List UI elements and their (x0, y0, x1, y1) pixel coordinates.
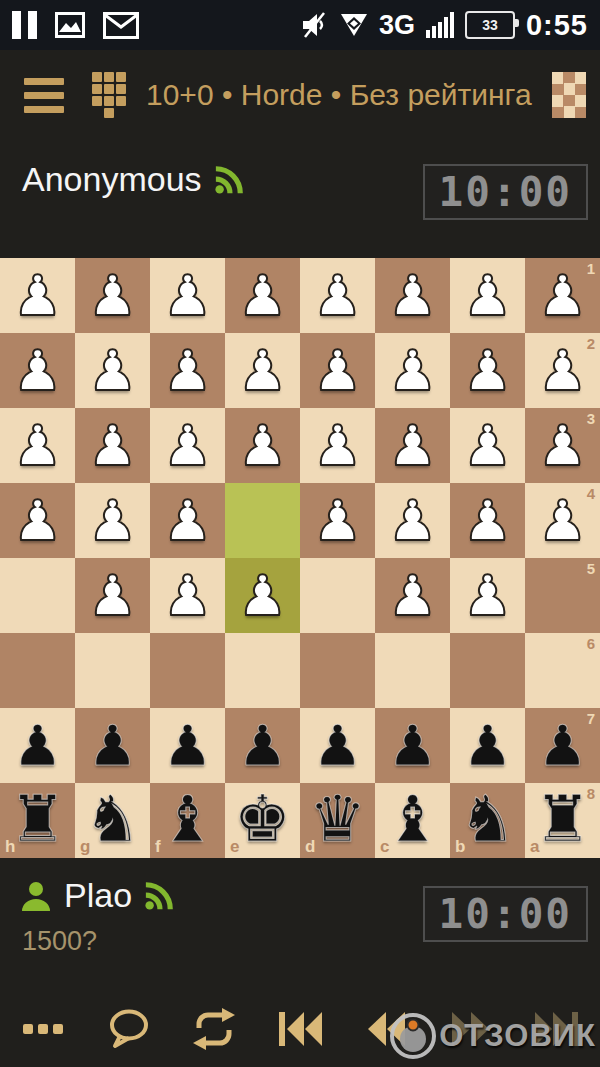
square-f8[interactable]: ♝f (150, 783, 225, 858)
skip-to-end-icon (533, 1010, 581, 1048)
black-bishop: ♝ (384, 787, 441, 851)
square-g6[interactable] (75, 633, 150, 708)
data-diamond-icon (340, 12, 368, 38)
network-type: 3G (379, 10, 415, 41)
white-pawn: ♟ (387, 343, 437, 399)
square-c2[interactable]: ♟ (375, 333, 450, 408)
white-pawn: ♟ (537, 418, 587, 474)
black-pawn: ♟ (537, 718, 587, 774)
pause-icon (12, 11, 37, 39)
black-king: ♚ (234, 787, 291, 851)
square-e8[interactable]: ♚e (225, 783, 300, 858)
white-pawn: ♟ (312, 343, 362, 399)
white-pawn: ♟ (87, 493, 137, 549)
square-h5[interactable] (0, 558, 75, 633)
square-c5[interactable]: ♟ (375, 558, 450, 633)
square-b8[interactable]: ♞b (450, 783, 525, 858)
square-b6[interactable] (450, 633, 525, 708)
square-g4[interactable]: ♟ (75, 483, 150, 558)
square-h8[interactable]: ♜h (0, 783, 75, 858)
email-icon (103, 12, 139, 39)
rank-label-6: 6 (587, 635, 595, 652)
square-f2[interactable]: ♟ (150, 333, 225, 408)
square-b3[interactable]: ♟ (450, 408, 525, 483)
square-f7[interactable]: ♟ (150, 708, 225, 783)
square-a5[interactable]: 5 (525, 558, 600, 633)
white-pawn: ♟ (537, 493, 587, 549)
board-thumbnail-icon[interactable] (552, 72, 586, 118)
white-pawn: ♟ (12, 268, 62, 324)
chat-icon (106, 1007, 152, 1051)
square-f3[interactable]: ♟ (150, 408, 225, 483)
black-pawn: ♟ (12, 718, 62, 774)
top-player-name: Anonymous (22, 160, 202, 199)
white-pawn: ♟ (462, 268, 512, 324)
black-pawn: ♟ (87, 718, 137, 774)
white-pawn: ♟ (87, 268, 137, 324)
square-h3[interactable]: ♟ (0, 408, 75, 483)
fast-forward-icon (449, 1010, 493, 1048)
square-g3[interactable]: ♟ (75, 408, 150, 483)
square-e7[interactable]: ♟ (225, 708, 300, 783)
square-f6[interactable] (150, 633, 225, 708)
mute-icon (299, 11, 329, 39)
white-pawn: ♟ (312, 268, 362, 324)
skip-to-start-icon (276, 1010, 324, 1048)
square-d6[interactable] (300, 633, 375, 708)
rank-label-1: 1 (587, 260, 595, 277)
square-c1[interactable]: ♟ (375, 258, 450, 333)
chess-board: ♟♟♟♟♟♟♟♟1♟♟♟♟♟♟♟♟2♟♟♟♟♟♟♟♟3♟♟♟♟♟♟♟4♟♟♟♟♟… (0, 258, 600, 858)
broadcast-icon (144, 881, 174, 911)
square-f4[interactable]: ♟ (150, 483, 225, 558)
next-move-button[interactable] (429, 990, 515, 1067)
square-d7[interactable]: ♟ (300, 708, 375, 783)
square-c8[interactable]: ♝c (375, 783, 450, 858)
square-a7[interactable]: ♟7 (525, 708, 600, 783)
white-pawn: ♟ (12, 493, 62, 549)
square-a6[interactable]: 6 (525, 633, 600, 708)
square-g8[interactable]: ♞g (75, 783, 150, 858)
black-pawn: ♟ (462, 718, 512, 774)
status-time: 0:55 (526, 9, 588, 42)
square-c4[interactable]: ♟ (375, 483, 450, 558)
white-pawn: ♟ (537, 268, 587, 324)
menu-icon[interactable] (24, 78, 64, 113)
white-pawn: ♟ (462, 568, 512, 624)
more-button[interactable] (0, 990, 86, 1067)
square-d2[interactable]: ♟ (300, 333, 375, 408)
flip-icon (191, 1006, 237, 1052)
black-rook: ♜ (534, 787, 591, 851)
square-a4[interactable]: ♟4 (525, 483, 600, 558)
rank-label-5: 5 (587, 560, 595, 577)
black-bishop: ♝ (159, 787, 216, 851)
rank-label-3: 3 (587, 410, 595, 427)
square-b5[interactable]: ♟ (450, 558, 525, 633)
bottom-player-name[interactable]: Plao (64, 876, 132, 915)
square-e3[interactable]: ♟ (225, 408, 300, 483)
flip-board-button[interactable] (171, 990, 257, 1067)
white-pawn: ♟ (312, 418, 362, 474)
battery-level: 33 (482, 17, 498, 33)
white-pawn: ♟ (162, 343, 212, 399)
square-a8[interactable]: ♜8a (525, 783, 600, 858)
person-icon (20, 880, 52, 912)
white-pawn: ♟ (162, 568, 212, 624)
square-d5[interactable] (300, 558, 375, 633)
game-toolbar (0, 990, 600, 1067)
square-e6[interactable] (225, 633, 300, 708)
square-g5[interactable]: ♟ (75, 558, 150, 633)
white-pawn: ♟ (87, 568, 137, 624)
square-g2[interactable]: ♟ (75, 333, 150, 408)
square-d8[interactable]: ♛d (300, 783, 375, 858)
white-pawn: ♟ (237, 268, 287, 324)
square-a3[interactable]: ♟3 (525, 408, 600, 483)
app-header: 10+0 • Horde • Без рейтинга (0, 50, 600, 140)
square-b2[interactable]: ♟ (450, 333, 525, 408)
white-pawn: ♟ (462, 493, 512, 549)
rank-label-2: 2 (587, 335, 595, 352)
square-e5[interactable]: ♟ (225, 558, 300, 633)
white-pawn: ♟ (162, 268, 212, 324)
last-move-button[interactable] (514, 990, 600, 1067)
bottom-player-area: Plao 1500? 10:00 (0, 858, 600, 990)
square-f1[interactable]: ♟ (150, 258, 225, 333)
bottom-player-name-row: Plao (20, 876, 174, 915)
previous-move-button[interactable] (343, 990, 429, 1067)
square-h1[interactable]: ♟ (0, 258, 75, 333)
rank-label-4: 4 (587, 485, 595, 502)
white-pawn: ♟ (537, 343, 587, 399)
black-knight: ♞ (459, 787, 516, 851)
black-pawn: ♟ (387, 718, 437, 774)
square-d3[interactable]: ♟ (300, 408, 375, 483)
broadcast-icon (214, 165, 244, 195)
square-h6[interactable] (0, 633, 75, 708)
white-pawn: ♟ (87, 418, 137, 474)
square-b1[interactable]: ♟ (450, 258, 525, 333)
rank-label-7: 7 (587, 710, 595, 727)
black-rook: ♜ (9, 787, 66, 851)
white-pawn: ♟ (12, 418, 62, 474)
chat-button[interactable] (86, 990, 172, 1067)
square-h7[interactable]: ♟ (0, 708, 75, 783)
white-pawn: ♟ (162, 493, 212, 549)
white-pawn: ♟ (87, 343, 137, 399)
battery-icon: 33 (465, 11, 515, 39)
fast-backward-icon (364, 1010, 408, 1048)
square-e1[interactable]: ♟ (225, 258, 300, 333)
white-pawn: ♟ (237, 418, 287, 474)
square-g7[interactable]: ♟ (75, 708, 150, 783)
top-player-name-row: Anonymous (22, 160, 244, 199)
black-pawn: ♟ (162, 718, 212, 774)
white-pawn: ♟ (387, 268, 437, 324)
white-pawn: ♟ (462, 343, 512, 399)
black-queen: ♛ (309, 787, 366, 851)
square-f5[interactable]: ♟ (150, 558, 225, 633)
white-pawn: ♟ (237, 568, 287, 624)
square-d1[interactable]: ♟ (300, 258, 375, 333)
white-pawn: ♟ (462, 418, 512, 474)
gallery-icon (55, 12, 85, 38)
top-player-area: Anonymous 10:00 (0, 140, 600, 258)
square-b7[interactable]: ♟ (450, 708, 525, 783)
top-player-clock: 10:00 (423, 164, 588, 220)
signal-icon (426, 12, 454, 38)
more-icon (23, 1024, 63, 1034)
square-d4[interactable]: ♟ (300, 483, 375, 558)
black-pawn: ♟ (237, 718, 287, 774)
first-move-button[interactable] (257, 990, 343, 1067)
white-pawn: ♟ (12, 343, 62, 399)
white-pawn: ♟ (312, 493, 362, 549)
white-pawn: ♟ (162, 418, 212, 474)
white-pawn: ♟ (237, 343, 287, 399)
square-h4[interactable]: ♟ (0, 483, 75, 558)
square-g1[interactable]: ♟ (75, 258, 150, 333)
white-pawn: ♟ (387, 568, 437, 624)
square-c7[interactable]: ♟ (375, 708, 450, 783)
game-title: 10+0 • Horde • Без рейтинга (146, 78, 532, 112)
square-c3[interactable]: ♟ (375, 408, 450, 483)
black-knight: ♞ (84, 787, 141, 851)
square-b4[interactable]: ♟ (450, 483, 525, 558)
square-h2[interactable]: ♟ (0, 333, 75, 408)
square-a1[interactable]: ♟1 (525, 258, 600, 333)
square-e4[interactable] (225, 483, 300, 558)
black-pawn: ♟ (312, 718, 362, 774)
white-pawn: ♟ (387, 418, 437, 474)
square-a2[interactable]: ♟2 (525, 333, 600, 408)
white-pawn: ♟ (387, 493, 437, 549)
square-c6[interactable] (375, 633, 450, 708)
status-bar: 3G 33 0:55 (0, 0, 600, 50)
dialpad-icon (92, 72, 126, 118)
bottom-player-clock: 10:00 (423, 886, 588, 942)
square-e2[interactable]: ♟ (225, 333, 300, 408)
